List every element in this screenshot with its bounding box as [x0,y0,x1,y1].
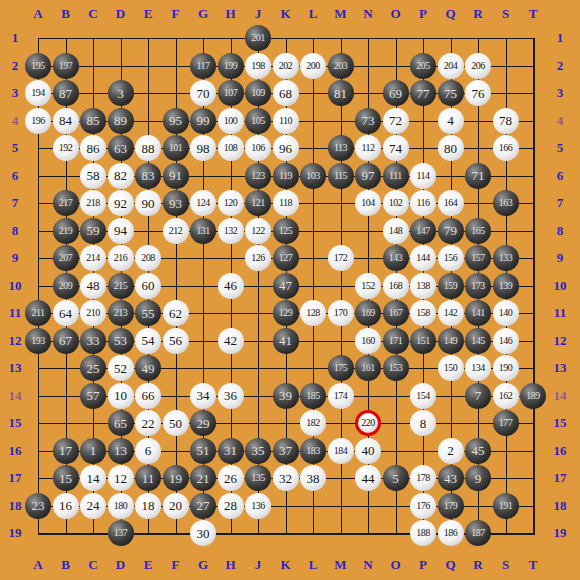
stone-A3[interactable]: 194 [25,80,51,106]
stone-N12[interactable]: 160 [355,328,381,354]
stone-R2[interactable]: 206 [465,53,491,79]
move-number: 2 [447,444,454,457]
move-number: 37 [279,444,292,457]
stone-A2[interactable]: 195 [25,53,51,79]
row-label-left-6: 6 [0,169,30,183]
stone-D18[interactable]: 180 [108,493,134,519]
row-label-left-7: 7 [0,196,30,210]
stone-E7[interactable]: 90 [135,190,161,216]
move-number: 198 [251,61,265,71]
stone-C4[interactable]: 85 [80,108,106,134]
stone-P18[interactable]: 176 [410,493,436,519]
stone-Q9[interactable]: 156 [438,245,464,271]
stone-C9[interactable]: 214 [80,245,106,271]
stone-E16[interactable]: 6 [135,438,161,464]
move-number: 122 [251,226,265,236]
stone-D11[interactable]: 213 [108,300,134,326]
stone-S13[interactable]: 190 [493,355,519,381]
stone-F15[interactable]: 50 [163,410,189,436]
stone-P6[interactable]: 114 [410,163,436,189]
stone-T14[interactable]: 189 [520,383,546,409]
move-number: 74 [389,142,402,155]
stone-S12[interactable]: 146 [493,328,519,354]
stone-F12[interactable]: 56 [163,328,189,354]
stone-R17[interactable]: 9 [465,465,491,491]
stone-N10[interactable]: 152 [355,273,381,299]
stone-Q3[interactable]: 75 [438,80,464,106]
col-label-top-Q: Q [445,6,455,22]
stone-H4[interactable]: 100 [218,108,244,134]
stone-Q13[interactable]: 150 [438,355,464,381]
move-number: 113 [334,143,347,153]
stone-N17[interactable]: 44 [355,465,381,491]
stone-N5[interactable]: 112 [355,135,381,161]
col-label-top-G: G [198,6,208,22]
stone-D5[interactable]: 63 [108,135,134,161]
stone-D9[interactable]: 216 [108,245,134,271]
stone-K9[interactable]: 127 [273,245,299,271]
col-label-top-K: K [280,6,290,22]
stone-E12[interactable]: 54 [135,328,161,354]
row-label-right-9: 9 [545,251,575,265]
stone-M2[interactable]: 203 [328,53,354,79]
stone-J16[interactable]: 35 [245,438,271,464]
stone-R9[interactable]: 157 [465,245,491,271]
stone-K2[interactable]: 202 [273,53,299,79]
move-number: 38 [307,472,320,485]
stone-Q5[interactable]: 80 [438,135,464,161]
stone-H14[interactable]: 36 [218,383,244,409]
stone-N6[interactable]: 97 [355,163,381,189]
stone-G4[interactable]: 99 [190,108,216,134]
stone-E17[interactable]: 11 [135,465,161,491]
move-number: 9 [475,472,482,485]
stone-Q10[interactable]: 159 [438,273,464,299]
move-number: 62 [169,307,182,320]
move-number: 72 [389,114,402,127]
stone-K12[interactable]: 41 [273,328,299,354]
stone-S15[interactable]: 177 [493,410,519,436]
stone-J7[interactable]: 121 [245,190,271,216]
stone-H3[interactable]: 107 [218,80,244,106]
stone-C14[interactable]: 57 [80,383,106,409]
stone-L6[interactable]: 103 [300,163,326,189]
col-label-bottom-D: D [116,557,125,573]
stone-S7[interactable]: 163 [493,190,519,216]
move-number: 75 [444,87,457,100]
move-number: 132 [224,226,238,236]
move-number: 213 [114,308,128,318]
move-number: 182 [306,418,320,428]
stone-D10[interactable]: 215 [108,273,134,299]
move-number: 208 [141,253,155,263]
stone-L15[interactable]: 182 [300,410,326,436]
stone-G5[interactable]: 98 [190,135,216,161]
move-number: 161 [361,363,375,373]
stone-O10[interactable]: 168 [383,273,409,299]
move-number: 152 [361,281,375,291]
last-move-stone-N15[interactable]: 220 [355,410,381,436]
go-board-app: 2011951971171991982022002032052042061948… [0,0,580,580]
stone-G8[interactable]: 131 [190,218,216,244]
stone-M13[interactable]: 175 [328,355,354,381]
move-number: 196 [31,116,45,126]
move-number: 39 [279,389,292,402]
stone-M5[interactable]: 113 [328,135,354,161]
stone-J6[interactable]: 123 [245,163,271,189]
stone-K8[interactable]: 125 [273,218,299,244]
stone-E14[interactable]: 66 [135,383,161,409]
stone-D19[interactable]: 137 [108,520,134,546]
stone-G2[interactable]: 117 [190,53,216,79]
move-number: 154 [416,391,430,401]
stone-A18[interactable]: 23 [25,493,51,519]
stone-K14[interactable]: 39 [273,383,299,409]
move-number: 83 [142,169,155,182]
stone-H10[interactable]: 46 [218,273,244,299]
stone-J1[interactable]: 201 [245,25,271,51]
move-number: 107 [224,88,238,98]
move-number: 19 [169,472,182,485]
stone-Q7[interactable]: 164 [438,190,464,216]
stone-K11[interactable]: 129 [273,300,299,326]
stone-H5[interactable]: 108 [218,135,244,161]
stone-D7[interactable]: 92 [108,190,134,216]
stone-S9[interactable]: 133 [493,245,519,271]
stone-H7[interactable]: 120 [218,190,244,216]
col-label-bottom-N: N [363,557,372,573]
stone-K6[interactable]: 119 [273,163,299,189]
stone-L17[interactable]: 38 [300,465,326,491]
stone-K10[interactable]: 47 [273,273,299,299]
stone-D3[interactable]: 3 [108,80,134,106]
stone-Q16[interactable]: 2 [438,438,464,464]
stone-L2[interactable]: 200 [300,53,326,79]
move-number: 99 [197,114,210,127]
stone-G15[interactable]: 29 [190,410,216,436]
move-number: 32 [279,472,292,485]
move-number: 165 [471,226,485,236]
move-number: 96 [279,142,292,155]
stone-S10[interactable]: 139 [493,273,519,299]
move-number: 28 [224,499,237,512]
stone-P7[interactable]: 116 [410,190,436,216]
stone-K5[interactable]: 96 [273,135,299,161]
stone-K4[interactable]: 110 [273,108,299,134]
stone-J9[interactable]: 126 [245,245,271,271]
stone-R14[interactable]: 7 [465,383,491,409]
stone-R3[interactable]: 76 [465,80,491,106]
stone-R10[interactable]: 173 [465,273,491,299]
move-number: 167 [389,308,403,318]
stone-G3[interactable]: 70 [190,80,216,106]
move-number: 44 [362,472,375,485]
move-number: 131 [196,226,210,236]
stone-O7[interactable]: 102 [383,190,409,216]
stone-M11[interactable]: 170 [328,300,354,326]
move-number: 144 [416,253,430,263]
move-number: 202 [279,61,293,71]
move-number: 186 [444,528,458,538]
stone-D15[interactable]: 65 [108,410,134,436]
stone-G16[interactable]: 51 [190,438,216,464]
stone-N13[interactable]: 161 [355,355,381,381]
stone-D6[interactable]: 82 [108,163,134,189]
stone-C17[interactable]: 14 [80,465,106,491]
move-number: 150 [444,363,458,373]
stone-Q11[interactable]: 142 [438,300,464,326]
move-number: 124 [196,198,210,208]
stone-B3[interactable]: 87 [53,80,79,106]
stone-H17[interactable]: 26 [218,465,244,491]
stone-Q2[interactable]: 204 [438,53,464,79]
stone-F8[interactable]: 212 [163,218,189,244]
row-label-left-13: 13 [0,361,30,375]
stone-K3[interactable]: 68 [273,80,299,106]
stone-C10[interactable]: 48 [80,273,106,299]
move-number: 58 [87,169,100,182]
stone-S11[interactable]: 140 [493,300,519,326]
stone-D13[interactable]: 52 [108,355,134,381]
stone-O17[interactable]: 5 [383,465,409,491]
stone-N7[interactable]: 104 [355,190,381,216]
stone-S14[interactable]: 162 [493,383,519,409]
stone-M16[interactable]: 184 [328,438,354,464]
stone-B17[interactable]: 15 [53,465,79,491]
stone-R8[interactable]: 165 [465,218,491,244]
move-number: 23 [32,499,45,512]
stone-H8[interactable]: 132 [218,218,244,244]
stone-O13[interactable]: 153 [383,355,409,381]
move-number: 65 [114,417,127,430]
stone-C8[interactable]: 59 [80,218,106,244]
stone-Q12[interactable]: 149 [438,328,464,354]
move-number: 220 [361,418,375,428]
stone-B18[interactable]: 16 [53,493,79,519]
stone-B7[interactable]: 217 [53,190,79,216]
stone-G14[interactable]: 34 [190,383,216,409]
stone-P15[interactable]: 8 [410,410,436,436]
move-number: 120 [224,198,238,208]
stone-J2[interactable]: 198 [245,53,271,79]
go-board[interactable]: 2011951971171991982022002032052042061948… [38,38,535,535]
stone-A4[interactable]: 196 [25,108,51,134]
stone-K16[interactable]: 37 [273,438,299,464]
stone-D14[interactable]: 10 [108,383,134,409]
stone-E15[interactable]: 22 [135,410,161,436]
stone-C16[interactable]: 1 [80,438,106,464]
col-label-top-T: T [529,6,538,22]
move-number: 93 [169,197,182,210]
stone-O11[interactable]: 167 [383,300,409,326]
stone-F11[interactable]: 62 [163,300,189,326]
stone-C7[interactable]: 218 [80,190,106,216]
stone-D16[interactable]: 13 [108,438,134,464]
stone-C18[interactable]: 24 [80,493,106,519]
stone-B11[interactable]: 64 [53,300,79,326]
move-number: 203 [334,61,348,71]
stone-E10[interactable]: 60 [135,273,161,299]
move-number: 177 [499,418,513,428]
stone-L14[interactable]: 185 [300,383,326,409]
move-number: 35 [252,444,265,457]
move-number: 112 [361,143,374,153]
move-number: 129 [279,308,293,318]
stone-P10[interactable]: 138 [410,273,436,299]
stone-O9[interactable]: 143 [383,245,409,271]
stone-R12[interactable]: 145 [465,328,491,354]
stone-B16[interactable]: 17 [53,438,79,464]
stone-S5[interactable]: 166 [493,135,519,161]
stone-E13[interactable]: 49 [135,355,161,381]
stone-Q18[interactable]: 179 [438,493,464,519]
stone-S18[interactable]: 191 [493,493,519,519]
col-label-top-L: L [309,6,318,22]
stone-J3[interactable]: 109 [245,80,271,106]
move-number: 111 [389,171,402,181]
stone-N11[interactable]: 169 [355,300,381,326]
stone-J4[interactable]: 105 [245,108,271,134]
stone-R13[interactable]: 134 [465,355,491,381]
stone-G18[interactable]: 27 [190,493,216,519]
stone-J17[interactable]: 135 [245,465,271,491]
move-number: 127 [279,253,293,263]
stone-M6[interactable]: 115 [328,163,354,189]
stone-R11[interactable]: 141 [465,300,491,326]
col-label-top-J: J [255,6,262,22]
stone-C11[interactable]: 210 [80,300,106,326]
stone-M14[interactable]: 174 [328,383,354,409]
stone-B8[interactable]: 219 [53,218,79,244]
move-number: 192 [59,143,73,153]
move-number: 170 [334,308,348,318]
stone-F7[interactable]: 93 [163,190,189,216]
stone-Q8[interactable]: 79 [438,218,464,244]
stone-O3[interactable]: 69 [383,80,409,106]
stone-E5[interactable]: 88 [135,135,161,161]
stone-J18[interactable]: 136 [245,493,271,519]
move-number: 149 [444,336,458,346]
stone-L16[interactable]: 183 [300,438,326,464]
move-number: 80 [444,142,457,155]
stone-F6[interactable]: 91 [163,163,189,189]
stone-P19[interactable]: 188 [410,520,436,546]
stone-G19[interactable]: 30 [190,520,216,546]
row-label-left-10: 10 [0,279,30,293]
stone-P11[interactable]: 158 [410,300,436,326]
row-label-left-14: 14 [0,389,30,403]
stone-H2[interactable]: 199 [218,53,244,79]
row-label-left-5: 5 [0,141,30,155]
stone-N16[interactable]: 40 [355,438,381,464]
stone-B9[interactable]: 207 [53,245,79,271]
move-number: 29 [197,417,210,430]
stone-M9[interactable]: 172 [328,245,354,271]
stone-P14[interactable]: 154 [410,383,436,409]
stone-H16[interactable]: 31 [218,438,244,464]
move-number: 43 [444,472,457,485]
stone-G7[interactable]: 124 [190,190,216,216]
stone-O4[interactable]: 72 [383,108,409,134]
stone-D17[interactable]: 12 [108,465,134,491]
stone-H12[interactable]: 42 [218,328,244,354]
stone-F4[interactable]: 95 [163,108,189,134]
move-number: 178 [416,473,430,483]
stone-O5[interactable]: 74 [383,135,409,161]
stone-E6[interactable]: 83 [135,163,161,189]
stone-J8[interactable]: 122 [245,218,271,244]
stone-M3[interactable]: 81 [328,80,354,106]
stone-P9[interactable]: 144 [410,245,436,271]
stone-Q19[interactable]: 186 [438,520,464,546]
stone-O6[interactable]: 111 [383,163,409,189]
stone-A11[interactable]: 211 [25,300,51,326]
stone-O8[interactable]: 148 [383,218,409,244]
row-label-right-17: 17 [545,471,575,485]
stone-Q17[interactable]: 43 [438,465,464,491]
stone-N4[interactable]: 73 [355,108,381,134]
stone-C5[interactable]: 86 [80,135,106,161]
stone-D12[interactable]: 53 [108,328,134,354]
col-label-bottom-M: M [334,557,346,573]
stone-P3[interactable]: 77 [410,80,436,106]
stone-P8[interactable]: 147 [410,218,436,244]
move-number: 180 [114,501,128,511]
stone-J5[interactable]: 106 [245,135,271,161]
stone-K7[interactable]: 118 [273,190,299,216]
stone-C13[interactable]: 25 [80,355,106,381]
stone-H18[interactable]: 28 [218,493,244,519]
stone-P2[interactable]: 205 [410,53,436,79]
stone-B4[interactable]: 84 [53,108,79,134]
move-number: 176 [416,501,430,511]
stone-E18[interactable]: 18 [135,493,161,519]
stone-B2[interactable]: 197 [53,53,79,79]
stone-L11[interactable]: 128 [300,300,326,326]
move-number: 212 [169,226,183,236]
stone-S4[interactable]: 78 [493,108,519,134]
stone-G17[interactable]: 21 [190,465,216,491]
move-number: 100 [224,116,238,126]
stone-A12[interactable]: 193 [25,328,51,354]
stone-O12[interactable]: 171 [383,328,409,354]
move-number: 134 [471,363,485,373]
stone-R16[interactable]: 45 [465,438,491,464]
stone-D4[interactable]: 89 [108,108,134,134]
stone-C12[interactable]: 33 [80,328,106,354]
stone-F5[interactable]: 101 [163,135,189,161]
stone-D8[interactable]: 94 [108,218,134,244]
stone-E11[interactable]: 55 [135,300,161,326]
stone-E9[interactable]: 208 [135,245,161,271]
col-label-bottom-B: B [61,557,70,573]
stone-Q4[interactable]: 4 [438,108,464,134]
stone-R19[interactable]: 187 [465,520,491,546]
move-number: 103 [306,171,320,181]
stone-B10[interactable]: 209 [53,273,79,299]
stone-P12[interactable]: 151 [410,328,436,354]
move-number: 206 [471,61,485,71]
stone-P17[interactable]: 178 [410,465,436,491]
stone-F17[interactable]: 19 [163,465,189,491]
stone-B5[interactable]: 192 [53,135,79,161]
stone-K17[interactable]: 32 [273,465,299,491]
stone-B12[interactable]: 67 [53,328,79,354]
stone-C6[interactable]: 58 [80,163,106,189]
stone-F18[interactable]: 20 [163,493,189,519]
stone-R6[interactable]: 71 [465,163,491,189]
move-number: 168 [389,281,403,291]
